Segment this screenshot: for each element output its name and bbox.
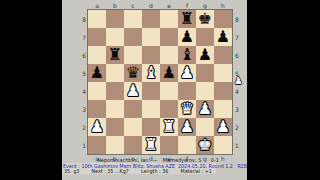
square-g5 (196, 64, 214, 82)
white-pawn: ♟ (198, 100, 212, 118)
white-pawn: ♟ (126, 82, 140, 100)
square-b8 (106, 10, 124, 28)
chess-board: ♜♚♟♟♜♝♟♟♛♝♟♟♟♛♟♟♜♟♟♜♚ (88, 10, 232, 154)
material-indicator-pawn-icon: ♟ (234, 76, 243, 86)
square-e6 (160, 46, 178, 64)
white-pawn: ♟ (180, 118, 194, 136)
move-status-line: 35. g3 Next : 35 ...Kg7 Length : 36 Mate… (64, 169, 244, 174)
square-d5: ♝ (142, 64, 160, 82)
square-d2 (142, 118, 160, 136)
rank-labels-left: 87654321 (75, 10, 87, 154)
black-bishop: ♝ (180, 46, 194, 64)
players-line: Nepomniachtchi, Ian — Mamedyarov, S 0-1 (97, 158, 212, 164)
white-pawn: ♟ (180, 64, 194, 82)
square-f7: ♟ (178, 28, 196, 46)
square-h3 (214, 100, 232, 118)
white-rook: ♜ (144, 136, 158, 154)
square-e1 (160, 136, 178, 154)
rank-label-2: 2 (235, 118, 239, 136)
white-bishop: ♝ (144, 64, 158, 82)
square-c6 (124, 46, 142, 64)
file-label-d: d (142, 2, 160, 9)
rank-label-5: 5 (82, 64, 86, 82)
rank-label-6: 6 (235, 46, 239, 64)
square-g3: ♟ (196, 100, 214, 118)
square-a7 (88, 28, 106, 46)
square-f6: ♝ (178, 46, 196, 64)
square-f1 (178, 136, 196, 154)
square-f8: ♜ (178, 10, 196, 28)
square-g2 (196, 118, 214, 136)
rank-label-4: 4 (82, 82, 86, 100)
square-a2: ♟ (88, 118, 106, 136)
square-d4 (142, 82, 160, 100)
square-g1: ♚ (196, 136, 214, 154)
content-strip: abcdefgh 87654321 ♜♚♟♟♜♝♟♟♛♝♟♟♟♛♟♟♜♟♟♜♚ … (62, 0, 247, 180)
square-f4 (178, 82, 196, 100)
rank-label-7: 7 (235, 28, 239, 46)
white-king: ♚ (198, 136, 212, 154)
square-b4 (106, 82, 124, 100)
rank-label-1: 1 (82, 136, 86, 154)
square-d6 (142, 46, 160, 64)
rank-label-3: 3 (82, 100, 86, 118)
square-b6: ♜ (106, 46, 124, 64)
rank-label-6: 6 (82, 46, 86, 64)
file-labels-top: abcdefgh (88, 2, 232, 9)
square-h4 (214, 82, 232, 100)
square-e2: ♜ (160, 118, 178, 136)
square-e7 (160, 28, 178, 46)
square-b3 (106, 100, 124, 118)
square-c5: ♛ (124, 64, 142, 82)
black-pawn: ♟ (198, 46, 212, 64)
square-d8 (142, 10, 160, 28)
square-g4 (196, 82, 214, 100)
square-c8 (124, 10, 142, 28)
rank-label-8: 8 (235, 10, 239, 28)
file-label-g: g (196, 2, 214, 9)
square-a5: ♟ (88, 64, 106, 82)
square-h8 (214, 10, 232, 28)
square-h2: ♟ (214, 118, 232, 136)
rank-label-1: 1 (235, 136, 239, 154)
square-d3 (142, 100, 160, 118)
video-frame: { "game": "chess", "position": { "fen": … (0, 0, 320, 180)
square-h1 (214, 136, 232, 154)
black-pawn: ♟ (90, 64, 104, 82)
file-label-b: b (106, 2, 124, 9)
square-e3 (160, 100, 178, 118)
square-b2 (106, 118, 124, 136)
square-g7 (196, 28, 214, 46)
rank-label-3: 3 (235, 100, 239, 118)
square-h6 (214, 46, 232, 64)
black-pawn: ♟ (162, 64, 176, 82)
rank-label-2: 2 (82, 118, 86, 136)
white-queen: ♛ (180, 100, 194, 118)
square-h5 (214, 64, 232, 82)
black-pawn: ♟ (180, 28, 194, 46)
rank-label-8: 8 (82, 10, 86, 28)
square-e8 (160, 10, 178, 28)
white-pawn: ♟ (216, 118, 230, 136)
square-b7 (106, 28, 124, 46)
square-a3 (88, 100, 106, 118)
square-f2: ♟ (178, 118, 196, 136)
square-g8: ♚ (196, 10, 214, 28)
black-pawn: ♟ (216, 28, 230, 46)
square-h7: ♟ (214, 28, 232, 46)
square-b1 (106, 136, 124, 154)
square-f3: ♛ (178, 100, 196, 118)
file-label-c: c (124, 2, 142, 9)
square-c4: ♟ (124, 82, 142, 100)
white-pawn: ♟ (90, 118, 104, 136)
square-a1 (88, 136, 106, 154)
black-king: ♚ (198, 10, 212, 28)
file-label-h: h (214, 2, 232, 9)
file-label-e: e (160, 2, 178, 9)
rank-label-7: 7 (82, 28, 86, 46)
black-queen: ♛ (126, 64, 140, 82)
square-a4 (88, 82, 106, 100)
square-c1 (124, 136, 142, 154)
file-label-f: f (178, 2, 196, 9)
square-d7 (142, 28, 160, 46)
square-c7 (124, 28, 142, 46)
square-e5: ♟ (160, 64, 178, 82)
black-rook: ♜ (108, 46, 122, 64)
square-g6: ♟ (196, 46, 214, 64)
square-d1: ♜ (142, 136, 160, 154)
square-a8 (88, 10, 106, 28)
square-b5 (106, 64, 124, 82)
square-e4 (160, 82, 178, 100)
square-a6 (88, 46, 106, 64)
square-f5: ♟ (178, 64, 196, 82)
file-label-a: a (88, 2, 106, 9)
black-rook: ♜ (180, 10, 194, 28)
square-c3 (124, 100, 142, 118)
white-rook: ♜ (162, 118, 176, 136)
square-c2 (124, 118, 142, 136)
